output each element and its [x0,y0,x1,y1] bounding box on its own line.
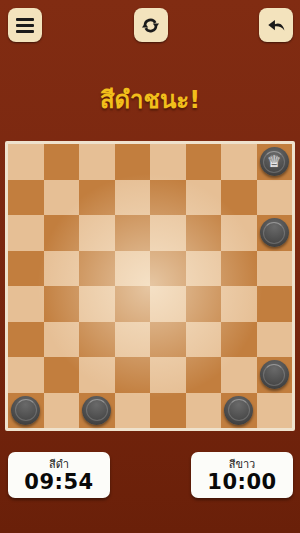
board-cell[interactable] [257,393,293,429]
board-cell[interactable] [150,322,186,358]
win-banner: สีดำชนะ! [0,84,300,116]
board-cell[interactable] [186,251,222,287]
board-cell[interactable]: ♕ [257,144,293,180]
board-cell[interactable] [186,393,222,429]
board-cell[interactable] [44,251,80,287]
board-cell[interactable] [8,286,44,322]
board-cell[interactable] [150,393,186,429]
board-cell[interactable] [257,180,293,216]
board-cell[interactable] [115,286,151,322]
board-cell[interactable] [8,251,44,287]
board-cell[interactable] [79,357,115,393]
board-cell[interactable] [257,251,293,287]
board-cell[interactable] [186,357,222,393]
piece-black-king[interactable]: ♕ [260,147,289,176]
refresh-icon [140,15,161,36]
white-timer-value: 10:00 [207,471,276,494]
board-cell[interactable] [221,180,257,216]
piece-black-man[interactable] [82,396,111,425]
board-cell[interactable] [150,251,186,287]
black-timer-label: สีดำ [49,458,69,471]
white-timer-card: สีขาว 10:00 [191,452,293,498]
board-cell[interactable] [186,322,222,358]
board-cell[interactable] [221,286,257,322]
board-cell[interactable] [44,144,80,180]
board-cell[interactable] [115,144,151,180]
hamburger-icon [16,18,34,33]
board-cell[interactable] [115,180,151,216]
board-cell[interactable] [8,322,44,358]
board-cell[interactable] [257,215,293,251]
board-cell[interactable] [8,144,44,180]
board-cell[interactable] [44,357,80,393]
black-timer-value: 09:54 [24,471,93,494]
crown-icon: ♕ [267,154,281,170]
board-cell[interactable] [257,286,293,322]
undo-button[interactable] [259,8,293,42]
toolbar [8,8,293,42]
board-cell[interactable] [221,251,257,287]
board-cell[interactable] [79,393,115,429]
board-cell[interactable] [115,251,151,287]
board-cell[interactable] [79,215,115,251]
menu-button[interactable] [8,8,42,42]
board-cell[interactable] [44,215,80,251]
board-cell[interactable] [221,322,257,358]
board-cell[interactable] [115,322,151,358]
board-cell[interactable] [221,215,257,251]
board-cell[interactable] [257,322,293,358]
app-screen: สีดำชนะ! ♕ สีดำ 09:54 สีขาว 10:00 [0,0,300,533]
board-cell[interactable] [8,357,44,393]
black-timer-card: สีดำ 09:54 [8,452,110,498]
board-cell[interactable] [8,215,44,251]
piece-black-man[interactable] [11,396,40,425]
board-cell[interactable] [221,393,257,429]
piece-black-man[interactable] [260,218,289,247]
board-cell[interactable] [79,180,115,216]
board-cell[interactable] [186,180,222,216]
board-cell[interactable] [79,251,115,287]
board-grid: ♕ [8,144,292,428]
board-cell[interactable] [115,215,151,251]
board-cell[interactable] [79,144,115,180]
board-cell[interactable] [186,215,222,251]
board-cell[interactable] [150,144,186,180]
board-cell[interactable] [44,393,80,429]
board-cell[interactable] [79,286,115,322]
board-cell[interactable] [221,144,257,180]
undo-arrow-icon [266,15,287,36]
board-cell[interactable] [150,357,186,393]
piece-black-man[interactable] [260,360,289,389]
board-cell[interactable] [44,180,80,216]
restart-button[interactable] [134,8,168,42]
board-cell[interactable] [115,393,151,429]
board-cell[interactable] [150,180,186,216]
board-cell[interactable] [221,357,257,393]
board-cell[interactable] [257,357,293,393]
board-cell[interactable] [8,180,44,216]
board-cell[interactable] [79,322,115,358]
board-cell[interactable] [8,393,44,429]
board: ♕ [5,141,295,431]
white-timer-label: สีขาว [229,458,256,471]
board-cell[interactable] [44,286,80,322]
board-cell[interactable] [186,286,222,322]
piece-black-man[interactable] [224,396,253,425]
board-cell[interactable] [115,357,151,393]
board-cell[interactable] [150,286,186,322]
board-cell[interactable] [150,215,186,251]
board-cell[interactable] [186,144,222,180]
board-cell[interactable] [44,322,80,358]
timer-panel: สีดำ 09:54 สีขาว 10:00 [8,452,293,498]
